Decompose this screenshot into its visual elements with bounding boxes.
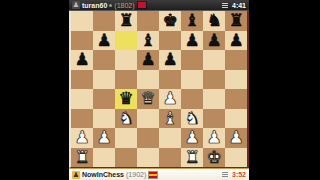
white-pawn-a2[interactable]: ♟ [74,128,89,148]
black-bishop-f8[interactable]: ♝ [184,11,199,31]
square-h2[interactable]: ♟ [225,128,247,148]
black-pawn-g7[interactable]: ♟ [206,31,221,51]
black-bishop-d7[interactable]: ♝ [140,31,155,51]
bottom-player-name[interactable]: NowInChess [82,171,124,178]
square-f7[interactable]: ♟ [181,31,203,51]
black-king-e8[interactable]: ♚ [162,11,177,31]
square-d6[interactable]: ♟ [137,50,159,70]
bottom-player-rating: (1902) [126,171,146,178]
top-player-flag-icon [137,1,147,9]
square-e2[interactable] [159,128,181,148]
square-e1[interactable] [159,148,181,168]
square-a6[interactable]: ♟ [71,50,93,70]
black-queen-c4[interactable]: ♛ [118,89,133,109]
top-player-presence-dot-icon [109,4,112,7]
square-a7[interactable] [71,31,93,51]
square-d4[interactable]: ♛ [137,89,159,109]
black-rook-h8[interactable]: ♜ [228,11,243,31]
square-d7[interactable]: ♝ [137,31,159,51]
white-knight-c3[interactable]: ♞ [118,109,133,129]
bottom-player-bar[interactable]: ♟ NowInChess (1902) 3:52 [69,168,249,180]
top-menu-icon [222,3,228,8]
square-h1[interactable] [225,148,247,168]
white-pawn-g2[interactable]: ♟ [206,128,221,148]
square-d5[interactable] [137,70,159,90]
top-player-name[interactable]: turan60 [82,2,107,9]
square-c6[interactable] [115,50,137,70]
top-player-pawn-avatar-icon: ♟ [72,1,80,9]
square-c3[interactable]: ♞ [115,109,137,129]
square-g3[interactable] [203,109,225,129]
square-d3[interactable] [137,109,159,129]
chess-app-window: ♟ turan60 (1802) 4:41 ♜♚♝♞♜♟♝♟♟♟♟♟♟♛♛♟♞♝… [69,0,249,180]
square-g8[interactable]: ♞ [203,11,225,31]
square-c4[interactable]: ♛ [115,89,137,109]
black-pawn-f7[interactable]: ♟ [184,31,199,51]
square-c7[interactable] [115,31,137,51]
square-a8[interactable] [71,11,93,31]
square-g7[interactable]: ♟ [203,31,225,51]
black-pawn-b7[interactable]: ♟ [96,31,111,51]
bottom-player-pawn-avatar-icon: ♟ [72,171,80,179]
white-rook-a1[interactable]: ♜ [74,148,89,168]
square-b7[interactable]: ♟ [93,31,115,51]
black-pawn-h7[interactable]: ♟ [228,31,243,51]
square-g2[interactable]: ♟ [203,128,225,148]
black-pawn-a6[interactable]: ♟ [74,50,89,70]
square-g5[interactable] [203,70,225,90]
square-c5[interactable] [115,70,137,90]
square-f8[interactable]: ♝ [181,11,203,31]
black-pawn-e6[interactable]: ♟ [162,50,177,70]
white-pawn-h2[interactable]: ♟ [228,128,243,148]
square-e4[interactable]: ♟ [159,89,181,109]
white-king-g1[interactable]: ♚ [206,148,221,168]
white-pawn-f2[interactable]: ♟ [184,128,199,148]
square-b6[interactable] [93,50,115,70]
square-f3[interactable]: ♞ [181,109,203,129]
white-queen-d4[interactable]: ♛ [140,89,155,109]
bottom-player-flag-icon [148,171,158,179]
square-e7[interactable] [159,31,181,51]
square-d8[interactable] [137,11,159,31]
white-bishop-e3[interactable]: ♝ [162,109,177,129]
chess-board: ♜♚♝♞♜♟♝♟♟♟♟♟♟♛♛♟♞♝♞♟♟♟♟♟♜♜♚ [69,11,249,168]
square-g6[interactable] [203,50,225,70]
square-c2[interactable] [115,128,137,148]
square-a3[interactable] [71,109,93,129]
square-f2[interactable]: ♟ [181,128,203,148]
square-h7[interactable]: ♟ [225,31,247,51]
white-pawn-b2[interactable]: ♟ [96,128,111,148]
bottom-menu-icon [222,172,228,177]
square-d2[interactable] [137,128,159,148]
black-knight-g8[interactable]: ♞ [206,11,221,31]
square-b3[interactable] [93,109,115,129]
black-pawn-d6[interactable]: ♟ [140,50,155,70]
square-h8[interactable]: ♜ [225,11,247,31]
square-b8[interactable] [93,11,115,31]
top-player-bar[interactable]: ♟ turan60 (1802) 4:41 [69,0,249,11]
square-g1[interactable]: ♚ [203,148,225,168]
square-d1[interactable] [137,148,159,168]
square-h6[interactable] [225,50,247,70]
square-f5[interactable] [181,70,203,90]
white-pawn-e4[interactable]: ♟ [162,89,177,109]
top-player-rating: (1802) [114,2,134,9]
bottom-player-clock: 3:52 [232,171,246,178]
square-h5[interactable] [225,70,247,90]
square-a1[interactable]: ♜ [71,148,93,168]
square-c1[interactable] [115,148,137,168]
square-f1[interactable]: ♜ [181,148,203,168]
square-b5[interactable] [93,70,115,90]
square-b2[interactable]: ♟ [93,128,115,148]
square-e6[interactable]: ♟ [159,50,181,70]
black-rook-c8[interactable]: ♜ [118,11,133,31]
square-e3[interactable]: ♝ [159,109,181,129]
top-player-clock: 4:41 [232,2,246,9]
white-rook-f1[interactable]: ♜ [184,148,199,168]
square-b4[interactable] [93,89,115,109]
square-h4[interactable] [225,89,247,109]
square-c8[interactable]: ♜ [115,11,137,31]
square-a5[interactable] [71,70,93,90]
square-f6[interactable] [181,50,203,70]
square-a2[interactable]: ♟ [71,128,93,148]
square-a4[interactable] [71,89,93,109]
square-g4[interactable] [203,89,225,109]
square-e5[interactable] [159,70,181,90]
white-knight-f3[interactable]: ♞ [184,109,199,129]
square-f4[interactable] [181,89,203,109]
square-e8[interactable]: ♚ [159,11,181,31]
square-b1[interactable] [93,148,115,168]
square-h3[interactable] [225,109,247,129]
